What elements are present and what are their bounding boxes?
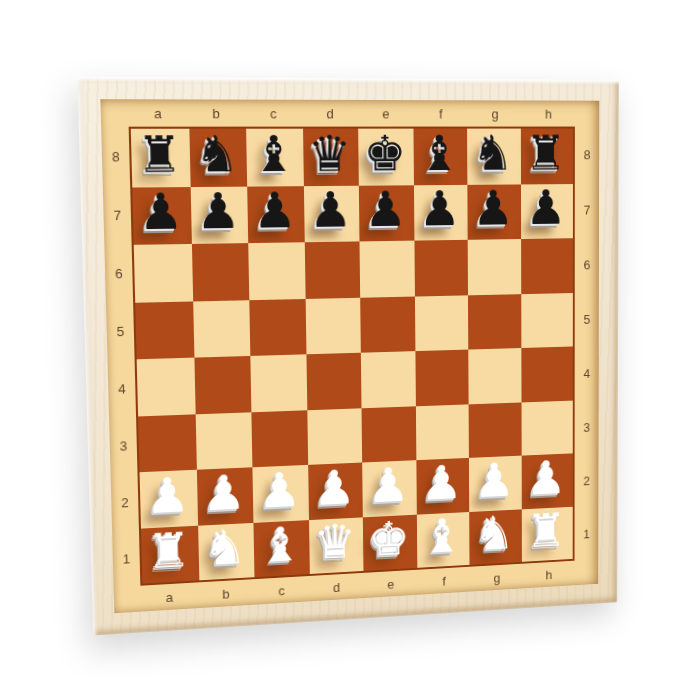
square-h3[interactable] bbox=[521, 400, 573, 456]
square-g3[interactable] bbox=[469, 402, 522, 458]
rank-label-left-5: 5 bbox=[106, 302, 135, 360]
piece-white-pawn[interactable]: ♟ bbox=[258, 465, 302, 515]
checker-grid: ♜♞♝♛♚♝♞♜♟♟♟♟♟♟♟♟♟♟♟♟♟♟♟♟♜♞♝♛♚♝♞♜ bbox=[129, 127, 575, 586]
square-h5[interactable] bbox=[521, 293, 573, 348]
square-g2[interactable]: ♟ bbox=[469, 456, 521, 512]
piece-white-pawn[interactable]: ♟ bbox=[474, 456, 515, 504]
piece-black-pawn[interactable]: ♟ bbox=[196, 186, 241, 236]
piece-white-queen[interactable]: ♛ bbox=[314, 517, 357, 566]
piece-white-pawn[interactable]: ♟ bbox=[526, 453, 566, 501]
square-g5[interactable] bbox=[468, 294, 521, 350]
file-label-bottom-e: e bbox=[363, 570, 417, 598]
square-b7[interactable]: ♟ bbox=[190, 186, 248, 244]
file-label-top-a: a bbox=[128, 99, 187, 126]
square-d8[interactable]: ♛ bbox=[303, 129, 359, 186]
piece-white-rook[interactable]: ♜ bbox=[526, 506, 566, 554]
file-label-top-g: g bbox=[468, 100, 522, 126]
square-h7[interactable]: ♟ bbox=[521, 184, 573, 239]
square-g8[interactable]: ♞ bbox=[467, 129, 520, 185]
rank-label-left-1: 1 bbox=[112, 530, 140, 588]
rank-label-left-2: 2 bbox=[111, 473, 139, 531]
square-b5[interactable] bbox=[193, 300, 251, 358]
square-h2[interactable]: ♟ bbox=[521, 453, 573, 509]
square-d3[interactable] bbox=[307, 408, 362, 465]
file-label-top-c: c bbox=[245, 100, 302, 127]
square-c6[interactable] bbox=[248, 242, 305, 299]
square-f6[interactable] bbox=[414, 240, 468, 296]
square-c7[interactable]: ♟ bbox=[247, 186, 304, 243]
rank-label-right-7: 7 bbox=[575, 182, 599, 237]
rank-label-left-4: 4 bbox=[107, 359, 136, 417]
piece-black-bishop[interactable]: ♝ bbox=[418, 128, 460, 177]
piece-black-pawn[interactable]: ♟ bbox=[472, 184, 513, 232]
square-e5[interactable] bbox=[360, 296, 415, 353]
square-a3[interactable] bbox=[138, 414, 196, 472]
square-a2[interactable]: ♟ bbox=[140, 470, 198, 528]
square-f2[interactable]: ♟ bbox=[416, 458, 469, 514]
rank-label-right-2: 2 bbox=[575, 453, 599, 507]
square-e3[interactable] bbox=[362, 406, 416, 463]
square-g6[interactable] bbox=[468, 239, 521, 295]
square-f4[interactable] bbox=[415, 350, 469, 406]
photo-background: abcdefghabcdefgh8765432187654321♜♞♝♛♚♝♞♜… bbox=[0, 0, 700, 700]
file-label-top-b: b bbox=[187, 99, 245, 126]
piece-white-bishop[interactable]: ♝ bbox=[421, 512, 462, 560]
rank-label-right-5: 5 bbox=[575, 291, 599, 346]
piece-white-pawn[interactable]: ♟ bbox=[367, 460, 409, 509]
square-f8[interactable]: ♝ bbox=[413, 129, 467, 185]
piece-black-rook[interactable]: ♜ bbox=[525, 128, 566, 176]
rank-label-right-6: 6 bbox=[575, 237, 599, 292]
board-surface: abcdefghabcdefgh8765432187654321♜♞♝♛♚♝♞♜… bbox=[100, 99, 599, 613]
rank-label-right-4: 4 bbox=[575, 346, 599, 401]
piece-white-rook[interactable]: ♜ bbox=[146, 525, 191, 575]
square-e8[interactable]: ♚ bbox=[358, 129, 413, 186]
piece-black-pawn[interactable]: ♟ bbox=[525, 183, 566, 231]
chessboard-frame: abcdefghabcdefgh8765432187654321♜♞♝♛♚♝♞♜… bbox=[77, 77, 619, 636]
piece-black-knight[interactable]: ♞ bbox=[194, 128, 239, 178]
square-h6[interactable] bbox=[521, 238, 573, 293]
rank-label-right-1: 1 bbox=[575, 506, 599, 560]
square-f5[interactable] bbox=[414, 295, 468, 351]
square-a7[interactable]: ♟ bbox=[132, 187, 191, 245]
square-d1[interactable]: ♛ bbox=[309, 517, 364, 574]
rank-label-left-3: 3 bbox=[109, 417, 137, 475]
piece-black-pawn[interactable]: ♟ bbox=[364, 185, 407, 234]
square-d7[interactable]: ♟ bbox=[303, 185, 359, 242]
square-a8[interactable]: ♜ bbox=[131, 129, 190, 187]
file-label-bottom-a: a bbox=[140, 582, 198, 611]
square-d6[interactable] bbox=[304, 241, 360, 298]
rank-label-right-8: 8 bbox=[575, 127, 599, 183]
piece-white-pawn[interactable]: ♟ bbox=[421, 458, 462, 506]
file-label-top-f: f bbox=[413, 100, 468, 126]
square-h8[interactable]: ♜ bbox=[520, 129, 573, 184]
rank-label-right-3: 3 bbox=[575, 400, 599, 455]
piece-black-pawn[interactable]: ♟ bbox=[309, 185, 353, 234]
rank-label-left-7: 7 bbox=[103, 185, 132, 244]
square-c8[interactable]: ♝ bbox=[246, 129, 303, 186]
file-label-top-h: h bbox=[522, 100, 575, 126]
square-g7[interactable]: ♟ bbox=[467, 184, 520, 240]
piece-white-pawn[interactable]: ♟ bbox=[145, 470, 190, 520]
piece-black-bishop[interactable]: ♝ bbox=[251, 128, 296, 178]
piece-black-pawn[interactable]: ♟ bbox=[138, 186, 184, 236]
square-a1[interactable]: ♜ bbox=[141, 525, 199, 583]
square-g4[interactable] bbox=[468, 348, 521, 404]
square-h4[interactable] bbox=[521, 346, 573, 402]
square-e1[interactable]: ♚ bbox=[363, 514, 417, 571]
square-c2[interactable]: ♟ bbox=[252, 465, 308, 523]
square-b8[interactable]: ♞ bbox=[189, 129, 247, 187]
square-d4[interactable] bbox=[306, 353, 362, 410]
file-label-bottom-h: h bbox=[523, 561, 575, 589]
square-c1[interactable]: ♝ bbox=[253, 520, 309, 578]
square-b1[interactable]: ♞ bbox=[198, 522, 255, 580]
piece-black-knight[interactable]: ♞ bbox=[472, 128, 513, 176]
square-b6[interactable] bbox=[191, 243, 249, 301]
square-h1[interactable]: ♜ bbox=[521, 506, 572, 562]
rank-label-left-8: 8 bbox=[101, 127, 130, 186]
piece-black-king[interactable]: ♚ bbox=[363, 128, 406, 177]
square-f7[interactable]: ♟ bbox=[413, 184, 467, 240]
square-a4[interactable] bbox=[137, 358, 195, 416]
file-label-bottom-c: c bbox=[254, 576, 310, 605]
square-b2[interactable]: ♟ bbox=[196, 467, 253, 525]
piece-white-bishop[interactable]: ♝ bbox=[259, 520, 302, 569]
piece-white-knight[interactable]: ♞ bbox=[203, 523, 247, 573]
square-d5[interactable] bbox=[305, 297, 361, 354]
file-label-top-e: e bbox=[358, 100, 414, 127]
square-g1[interactable]: ♞ bbox=[469, 509, 521, 565]
piece-black-pawn[interactable]: ♟ bbox=[253, 185, 297, 235]
piece-black-queen[interactable]: ♛ bbox=[308, 128, 352, 177]
file-label-bottom-b: b bbox=[197, 579, 254, 608]
file-label-top-d: d bbox=[302, 100, 359, 127]
square-c4[interactable] bbox=[250, 354, 306, 411]
piece-black-rook[interactable]: ♜ bbox=[136, 128, 182, 178]
square-a6[interactable] bbox=[134, 244, 193, 302]
square-e4[interactable] bbox=[361, 351, 416, 408]
square-f1[interactable]: ♝ bbox=[416, 512, 469, 568]
square-a5[interactable] bbox=[135, 301, 194, 359]
square-c3[interactable] bbox=[251, 410, 307, 468]
piece-white-knight[interactable]: ♞ bbox=[474, 509, 515, 557]
piece-black-pawn[interactable]: ♟ bbox=[419, 184, 461, 233]
file-label-bottom-f: f bbox=[417, 567, 470, 595]
square-b4[interactable] bbox=[194, 356, 251, 414]
square-e7[interactable]: ♟ bbox=[359, 185, 414, 242]
square-e6[interactable] bbox=[359, 241, 414, 298]
piece-white-pawn[interactable]: ♟ bbox=[202, 467, 246, 517]
file-label-bottom-d: d bbox=[309, 573, 364, 601]
square-b3[interactable] bbox=[195, 412, 252, 470]
piece-white-king[interactable]: ♚ bbox=[368, 514, 410, 563]
piece-white-pawn[interactable]: ♟ bbox=[313, 463, 356, 512]
square-c5[interactable] bbox=[249, 298, 306, 355]
square-e2[interactable]: ♟ bbox=[362, 460, 416, 517]
square-d2[interactable]: ♟ bbox=[308, 463, 363, 520]
square-f3[interactable] bbox=[415, 404, 468, 460]
file-label-bottom-g: g bbox=[470, 564, 522, 592]
rank-label-left-6: 6 bbox=[104, 244, 133, 303]
